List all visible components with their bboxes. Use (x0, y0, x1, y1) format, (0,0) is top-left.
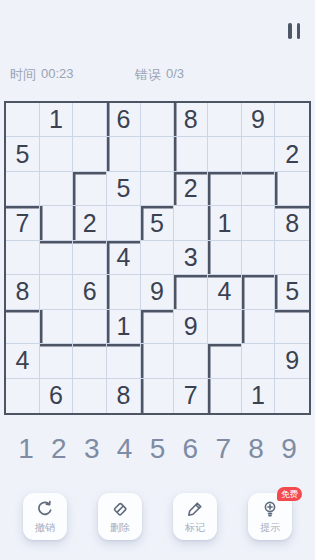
given-digit: 3 (184, 245, 198, 270)
cell-r3c6[interactable]: 2 (174, 172, 208, 206)
given-digit: 7 (15, 211, 29, 236)
cell-r1c6[interactable]: 8 (174, 103, 208, 137)
given-digit: 6 (49, 383, 63, 408)
undo-button[interactable]: 撤销 (23, 493, 67, 540)
given-digit: 2 (83, 211, 97, 236)
cell-r6c5[interactable]: 9 (141, 275, 175, 309)
cell-r3c5[interactable] (141, 172, 175, 206)
cell-r4c2[interactable] (40, 206, 74, 240)
cell-r7c7[interactable] (208, 310, 242, 344)
cell-r7c5[interactable] (141, 310, 175, 344)
cell-r8c2[interactable] (40, 344, 74, 378)
cell-r1c4[interactable]: 6 (107, 103, 141, 137)
cell-r4c9[interactable]: 8 (275, 206, 309, 240)
errors-value: 0/3 (166, 66, 184, 84)
cell-r4c8[interactable] (242, 206, 276, 240)
given-digit: 4 (15, 348, 29, 373)
given-digit: 5 (15, 142, 29, 167)
cell-r2c1[interactable]: 5 (6, 137, 40, 171)
pause-icon (288, 23, 292, 39)
cell-r7c2[interactable] (40, 310, 74, 344)
given-digit: 8 (184, 107, 198, 132)
undo-label: 撤销 (35, 521, 55, 535)
cell-r7c4[interactable]: 1 (107, 310, 141, 344)
cell-r2c5[interactable] (141, 137, 175, 171)
cell-r6c9[interactable]: 5 (275, 275, 309, 309)
pause-icon (297, 23, 301, 39)
cell-r3c7[interactable] (208, 172, 242, 206)
cell-r4c6[interactable] (174, 206, 208, 240)
hint-button[interactable]: 免费 提示 (248, 493, 292, 540)
given-digit: 8 (15, 279, 29, 304)
numpad-key-9[interactable]: 9 (276, 431, 302, 467)
cell-r8c4[interactable] (107, 344, 141, 378)
given-digit: 5 (116, 176, 130, 201)
eraser-icon (110, 499, 130, 519)
numpad-key-5[interactable]: 5 (145, 431, 171, 467)
given-digit: 9 (150, 279, 164, 304)
cell-r3c9[interactable] (275, 172, 309, 206)
cell-r3c3[interactable] (73, 172, 107, 206)
cell-r1c3[interactable] (73, 103, 107, 137)
cell-r6c8[interactable] (242, 275, 276, 309)
cell-r8c8[interactable] (242, 344, 276, 378)
given-digit: 4 (217, 279, 231, 304)
cell-r2c8[interactable] (242, 137, 276, 171)
given-digit: 6 (83, 279, 97, 304)
cell-r5c9[interactable] (275, 241, 309, 275)
cell-r8c6[interactable] (174, 344, 208, 378)
cell-r4c7[interactable]: 1 (208, 206, 242, 240)
given-digit: 2 (285, 142, 299, 167)
given-digit: 1 (217, 211, 231, 236)
cell-r3c4[interactable]: 5 (107, 172, 141, 206)
undo-icon (35, 499, 55, 519)
sudoku-board: 1689525272518438694519496871 (4, 101, 311, 415)
cell-r9c1[interactable] (6, 379, 40, 413)
cell-r2c3[interactable] (73, 137, 107, 171)
pause-button[interactable] (286, 21, 302, 41)
cell-r1c5[interactable] (141, 103, 175, 137)
numpad: 123456789 (0, 431, 315, 467)
cell-r5c4[interactable]: 4 (107, 241, 141, 275)
cell-r6c4[interactable] (107, 275, 141, 309)
given-digit: 1 (116, 314, 130, 339)
cell-r9c6[interactable]: 7 (174, 379, 208, 413)
cell-r2c2[interactable] (40, 137, 74, 171)
numpad-key-4[interactable]: 4 (112, 431, 138, 467)
cell-r8c9[interactable]: 9 (275, 344, 309, 378)
cell-r2c9[interactable]: 2 (275, 137, 309, 171)
numpad-key-1[interactable]: 1 (13, 431, 39, 467)
cell-r4c5[interactable]: 5 (141, 206, 175, 240)
cell-r8c5[interactable] (141, 344, 175, 378)
cell-r4c4[interactable] (107, 206, 141, 240)
pencil-icon (185, 499, 205, 519)
given-digit: 1 (49, 107, 63, 132)
cell-r3c2[interactable] (40, 172, 74, 206)
cell-r5c8[interactable] (242, 241, 276, 275)
given-digit: 2 (184, 176, 198, 201)
cell-r7c6[interactable]: 9 (174, 310, 208, 344)
given-digit: 9 (251, 107, 265, 132)
cell-r2c6[interactable] (174, 137, 208, 171)
error-counter: 错误 0/3 (135, 66, 184, 84)
time-label: 时间 (10, 66, 36, 84)
time-value: 00:23 (41, 66, 74, 84)
cell-r6c3[interactable]: 6 (73, 275, 107, 309)
hint-label: 提示 (260, 521, 280, 535)
cell-r5c2[interactable] (40, 241, 74, 275)
cell-r6c6[interactable] (174, 275, 208, 309)
given-digit: 6 (116, 107, 130, 132)
given-digit: 4 (116, 245, 130, 270)
cell-r2c7[interactable] (208, 137, 242, 171)
given-digit: 8 (116, 383, 130, 408)
status-bar: 时间 00:23 错误 0/3 (10, 66, 305, 82)
numpad-key-6[interactable]: 6 (177, 431, 203, 467)
cell-r8c3[interactable] (73, 344, 107, 378)
numpad-key-7[interactable]: 7 (210, 431, 236, 467)
cell-r7c1[interactable] (6, 310, 40, 344)
errors-label: 错误 (135, 66, 161, 84)
cell-r4c3[interactable]: 2 (73, 206, 107, 240)
bulb-icon (260, 499, 280, 519)
cell-r1c7[interactable] (208, 103, 242, 137)
given-digit: 7 (184, 383, 198, 408)
cell-r3c8[interactable] (242, 172, 276, 206)
cell-r5c7[interactable] (208, 241, 242, 275)
cell-r7c3[interactable] (73, 310, 107, 344)
timer: 时间 00:23 (10, 66, 74, 84)
cell-r6c7[interactable]: 4 (208, 275, 242, 309)
given-digit: 9 (184, 314, 198, 339)
cell-r1c8[interactable]: 9 (242, 103, 276, 137)
delete-button[interactable]: 删除 (98, 493, 142, 540)
cell-r6c1[interactable]: 8 (6, 275, 40, 309)
cell-r7c9[interactable] (275, 310, 309, 344)
numpad-key-8[interactable]: 8 (243, 431, 269, 467)
free-badge: 免费 (277, 487, 302, 501)
cell-r9c9[interactable] (275, 379, 309, 413)
cell-r1c9[interactable] (275, 103, 309, 137)
cell-r1c2[interactable]: 1 (40, 103, 74, 137)
cell-r2c4[interactable] (107, 137, 141, 171)
cell-r9c5[interactable] (141, 379, 175, 413)
cell-r1c1[interactable] (6, 103, 40, 137)
mark-label: 标记 (185, 521, 205, 535)
given-digit: 8 (285, 211, 299, 236)
numpad-key-3[interactable]: 3 (79, 431, 105, 467)
cell-r8c1[interactable]: 4 (6, 344, 40, 378)
given-digit: 1 (251, 383, 265, 408)
cell-r5c6[interactable]: 3 (174, 241, 208, 275)
cell-r8c7[interactable] (208, 344, 242, 378)
numpad-key-2[interactable]: 2 (46, 431, 72, 467)
app-screen: 时间 00:23 错误 0/3 168952527251843869451949… (0, 0, 315, 560)
given-digit: 5 (285, 279, 299, 304)
given-digit: 5 (150, 211, 164, 236)
mark-button[interactable]: 标记 (173, 493, 217, 540)
cell-r9c7[interactable] (208, 379, 242, 413)
cell-r4c1[interactable]: 7 (6, 206, 40, 240)
cell-r9c3[interactable] (73, 379, 107, 413)
delete-label: 删除 (110, 521, 130, 535)
cell-r3c1[interactable] (6, 172, 40, 206)
cell-r9c4[interactable]: 8 (107, 379, 141, 413)
cell-r5c5[interactable] (141, 241, 175, 275)
cell-r7c8[interactable] (242, 310, 276, 344)
cell-r5c1[interactable] (6, 241, 40, 275)
cell-r9c8[interactable]: 1 (242, 379, 276, 413)
cell-r5c3[interactable] (73, 241, 107, 275)
given-digit: 9 (285, 348, 299, 373)
cell-r6c2[interactable] (40, 275, 74, 309)
toolbar: 撤销 删除 标记 免费 (0, 493, 315, 540)
cell-r9c2[interactable]: 6 (40, 379, 74, 413)
